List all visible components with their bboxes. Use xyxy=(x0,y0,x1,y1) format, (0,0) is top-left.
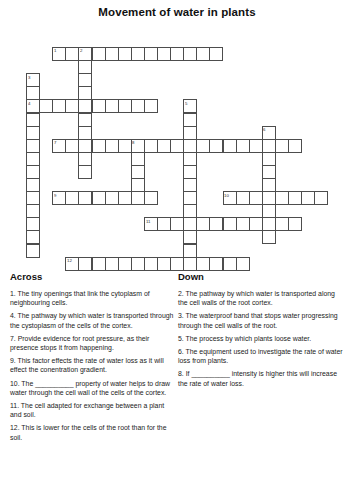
grid-cell[interactable] xyxy=(78,60,92,74)
grid-cell[interactable] xyxy=(183,178,197,192)
grid-cell[interactable] xyxy=(183,113,197,127)
grid-cell[interactable] xyxy=(105,139,119,153)
grid-cell[interactable] xyxy=(236,217,250,231)
grid-cell[interactable] xyxy=(144,99,158,113)
grid-cell[interactable] xyxy=(92,191,106,205)
grid-cell[interactable] xyxy=(26,217,40,231)
grid-cell[interactable] xyxy=(288,139,302,153)
grid-cell[interactable] xyxy=(78,99,92,113)
down-clue-item: 3. The waterproof band that stops water … xyxy=(178,311,343,329)
grid-cell[interactable] xyxy=(275,191,289,205)
grid-cell[interactable] xyxy=(65,47,79,61)
grid-cell[interactable] xyxy=(26,244,40,258)
grid-cell[interactable] xyxy=(144,139,158,153)
grid-cell[interactable] xyxy=(105,99,119,113)
grid-cell[interactable] xyxy=(131,152,145,166)
grid-cell[interactable] xyxy=(223,139,237,153)
grid-cell[interactable] xyxy=(92,257,106,271)
page-title: Movement of water in plants xyxy=(0,6,354,18)
grid-cell[interactable] xyxy=(157,217,171,231)
grid-cell[interactable] xyxy=(65,99,79,113)
grid-cell[interactable] xyxy=(262,165,276,179)
grid-cell[interactable] xyxy=(78,113,92,127)
grid-cell[interactable] xyxy=(209,257,223,271)
grid-cell[interactable] xyxy=(262,230,276,244)
grid-cell[interactable] xyxy=(262,217,276,231)
grid-cell[interactable] xyxy=(26,204,40,218)
across-clue-item: 10. The __________ property of water hel… xyxy=(10,379,176,397)
grid-cell[interactable] xyxy=(249,217,263,231)
grid-cell[interactable] xyxy=(183,230,197,244)
grid-cell[interactable] xyxy=(249,139,263,153)
grid-cell[interactable] xyxy=(26,230,40,244)
grid-cell[interactable] xyxy=(170,47,184,61)
grid-cell[interactable] xyxy=(262,191,276,205)
grid-cell[interactable] xyxy=(288,191,302,205)
grid-cell[interactable] xyxy=(78,47,92,61)
across-clue-item: 1. The tiny openings that link the cytop… xyxy=(10,289,176,307)
grid-cell[interactable] xyxy=(39,99,53,113)
grid-cell[interactable] xyxy=(118,257,132,271)
grid-cell[interactable] xyxy=(170,257,184,271)
grid-cell[interactable] xyxy=(249,191,263,205)
grid-cell[interactable] xyxy=(26,113,40,127)
grid-cell[interactable] xyxy=(144,217,158,231)
grid-cell[interactable] xyxy=(26,152,40,166)
down-clue-item: 8. If __________ intensity is higher thi… xyxy=(178,369,343,387)
grid-cell[interactable] xyxy=(183,191,197,205)
grid-cell[interactable] xyxy=(131,165,145,179)
grid-cell[interactable] xyxy=(183,126,197,140)
grid-cell[interactable] xyxy=(118,191,132,205)
grid-cell[interactable] xyxy=(209,47,223,61)
grid-cell[interactable] xyxy=(262,152,276,166)
grid-cell[interactable] xyxy=(144,191,158,205)
grid-cell[interactable] xyxy=(26,86,40,100)
across-heading: Across xyxy=(10,271,176,282)
grid-cell[interactable] xyxy=(183,244,197,258)
down-clue-item: 2. The pathway by which water is transpo… xyxy=(178,289,343,307)
grid-cell[interactable] xyxy=(118,47,132,61)
grid-cell[interactable] xyxy=(105,257,119,271)
grid-cell[interactable] xyxy=(131,139,145,153)
grid-cell[interactable] xyxy=(209,139,223,153)
grid-cell[interactable] xyxy=(26,191,40,205)
grid-cell[interactable] xyxy=(26,165,40,179)
grid-cell[interactable] xyxy=(118,99,132,113)
grid-cell[interactable] xyxy=(144,257,158,271)
grid-cell[interactable] xyxy=(209,217,223,231)
grid-cell[interactable] xyxy=(78,257,92,271)
grid-cell[interactable] xyxy=(157,139,171,153)
grid-cell[interactable] xyxy=(223,257,237,271)
grid-cell[interactable] xyxy=(131,178,145,192)
grid-cell[interactable] xyxy=(157,47,171,61)
grid-cell[interactable] xyxy=(131,257,145,271)
grid-cell[interactable] xyxy=(52,139,66,153)
grid-cell[interactable] xyxy=(78,126,92,140)
grid-cell[interactable] xyxy=(183,257,197,271)
across-clue-item: 9. This factor effects the rate of water… xyxy=(10,356,176,374)
grid-cell[interactable] xyxy=(78,139,92,153)
grid-cell[interactable] xyxy=(183,152,197,166)
grid-cell[interactable] xyxy=(157,257,171,271)
grid-cell[interactable] xyxy=(262,139,276,153)
grid-cell[interactable] xyxy=(223,191,237,205)
down-clue-list: 2. The pathway by which water is transpo… xyxy=(178,289,343,388)
grid-cell[interactable] xyxy=(105,191,119,205)
grid-cell[interactable] xyxy=(301,191,315,205)
grid-cell[interactable] xyxy=(52,191,66,205)
grid-cell[interactable] xyxy=(196,257,210,271)
grid-cell[interactable] xyxy=(92,139,106,153)
grid-cell[interactable] xyxy=(52,47,66,61)
grid-cell[interactable] xyxy=(262,178,276,192)
grid-cell[interactable] xyxy=(196,139,210,153)
across-clue-item: 7. Provide evidence for root pressure, a… xyxy=(10,334,176,352)
across-clue-list: 1. The tiny openings that link the cytop… xyxy=(10,289,176,442)
grid-cell[interactable] xyxy=(131,191,145,205)
grid-cell[interactable] xyxy=(26,126,40,140)
grid-cell[interactable] xyxy=(65,139,79,153)
grid-cell[interactable] xyxy=(183,165,197,179)
grid-cell[interactable] xyxy=(78,152,92,166)
grid-cell[interactable] xyxy=(78,191,92,205)
across-clue-item: 11. The cell adapted for exchange betwee… xyxy=(10,401,176,419)
grid-cell[interactable] xyxy=(275,139,289,153)
grid-cell[interactable] xyxy=(183,217,197,231)
grid-cell[interactable] xyxy=(183,139,197,153)
grid-cell[interactable] xyxy=(183,47,197,61)
grid-cell[interactable] xyxy=(314,191,328,205)
across-clues-section: Across 1. The tiny openings that link th… xyxy=(10,271,176,446)
worksheet-page: Movement of water in plants 123456789101… xyxy=(0,0,354,500)
grid-cell[interactable] xyxy=(78,73,92,87)
down-clue-item: 6. The equipment used to investigate the… xyxy=(178,347,343,365)
grid-cell[interactable] xyxy=(26,99,40,113)
down-heading: Down xyxy=(178,271,343,282)
grid-cell[interactable] xyxy=(131,47,145,61)
grid-cell[interactable] xyxy=(196,47,210,61)
grid-cell[interactable] xyxy=(236,191,250,205)
grid-cell[interactable] xyxy=(170,139,184,153)
grid-cell[interactable] xyxy=(118,139,132,153)
grid-cell[interactable] xyxy=(26,73,40,87)
grid-cell[interactable] xyxy=(65,191,79,205)
grid-cell[interactable] xyxy=(275,217,289,231)
grid-cell[interactable] xyxy=(262,204,276,218)
grid-cell[interactable] xyxy=(183,99,197,113)
across-clue-item: 12. This is lower for the cells of the r… xyxy=(10,423,176,441)
grid-cell[interactable] xyxy=(105,47,119,61)
grid-cell[interactable] xyxy=(65,257,79,271)
grid-cell[interactable] xyxy=(236,257,250,271)
crossword-grid: 123456789101112 xyxy=(26,47,329,271)
grid-cell[interactable] xyxy=(196,217,210,231)
grid-cell[interactable] xyxy=(223,217,237,231)
grid-cell[interactable] xyxy=(26,178,40,192)
grid-cell[interactable] xyxy=(236,139,250,153)
grid-cell[interactable] xyxy=(288,217,302,231)
grid-cell[interactable] xyxy=(92,47,106,61)
grid-cell[interactable] xyxy=(92,99,106,113)
grid-cell[interactable] xyxy=(78,86,92,100)
grid-cell[interactable] xyxy=(131,99,145,113)
grid-cell[interactable] xyxy=(183,204,197,218)
grid-cell[interactable] xyxy=(52,99,66,113)
grid-cell[interactable] xyxy=(78,165,92,179)
grid-cell[interactable] xyxy=(144,47,158,61)
grid-cell[interactable] xyxy=(26,139,40,153)
across-clue-item: 4. The pathway by which water is transpo… xyxy=(10,311,176,329)
down-clues-section: Down 2. The pathway by which water is tr… xyxy=(178,271,343,392)
grid-cell[interactable] xyxy=(170,217,184,231)
down-clue-item: 5. The process by which plants loose wat… xyxy=(178,334,343,343)
grid-cell[interactable] xyxy=(262,126,276,140)
